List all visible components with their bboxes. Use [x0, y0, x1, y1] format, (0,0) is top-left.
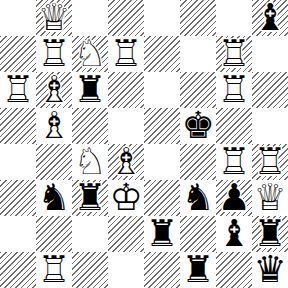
square-g8[interactable] — [216, 0, 252, 36]
piece-white-queen[interactable]: ♕ — [252, 180, 288, 216]
square-g7[interactable]: ♜♖ — [216, 36, 252, 72]
square-b5[interactable]: ♝♗ — [36, 108, 72, 144]
white-rook-halo: ♜ — [252, 144, 288, 180]
square-c3[interactable]: ♜♜ — [72, 180, 108, 216]
square-e6[interactable] — [144, 72, 180, 108]
square-d8[interactable] — [108, 0, 144, 36]
piece-black-knight[interactable]: ♞ — [180, 180, 216, 216]
square-e1[interactable] — [144, 252, 180, 288]
white-knight-halo: ♞ — [72, 36, 108, 72]
black-knight-halo: ♞ — [180, 180, 216, 216]
square-b3[interactable]: ♞♞ — [36, 180, 72, 216]
square-e8[interactable] — [144, 0, 180, 36]
square-c7[interactable]: ♞♘ — [72, 36, 108, 72]
square-h1[interactable]: ♛♛ — [252, 252, 288, 288]
white-rook-halo: ♜ — [108, 36, 144, 72]
square-g6[interactable]: ♜♖ — [216, 72, 252, 108]
square-c4[interactable]: ♞♘ — [72, 144, 108, 180]
piece-black-rook[interactable]: ♜ — [144, 216, 180, 252]
piece-white-knight[interactable]: ♘ — [72, 36, 108, 72]
black-rook-halo: ♜ — [72, 72, 108, 108]
square-a6[interactable]: ♜♖ — [0, 72, 36, 108]
square-e7[interactable] — [144, 36, 180, 72]
piece-black-bishop[interactable]: ♝ — [252, 0, 288, 36]
square-e2[interactable]: ♜♜ — [144, 216, 180, 252]
piece-black-rook[interactable]: ♜ — [72, 180, 108, 216]
square-c8[interactable] — [72, 0, 108, 36]
square-c2[interactable] — [72, 216, 108, 252]
square-g2[interactable]: ♝♝ — [216, 216, 252, 252]
white-rook-halo: ♜ — [216, 72, 252, 108]
square-a4[interactable] — [0, 144, 36, 180]
white-rook-halo: ♜ — [216, 36, 252, 72]
black-king-halo: ♚ — [180, 108, 216, 144]
square-e4[interactable] — [144, 144, 180, 180]
white-rook-halo: ♜ — [0, 72, 36, 108]
white-king-halo: ♚ — [108, 180, 144, 216]
piece-black-bishop[interactable]: ♝ — [216, 216, 252, 252]
white-bishop-halo: ♝ — [108, 144, 144, 180]
square-g1[interactable] — [216, 252, 252, 288]
square-a3[interactable] — [0, 180, 36, 216]
black-rook-halo: ♜ — [180, 252, 216, 288]
black-rook-halo: ♜ — [72, 180, 108, 216]
square-e5[interactable] — [144, 108, 180, 144]
piece-white-rook[interactable]: ♖ — [36, 252, 72, 288]
square-d1[interactable] — [108, 252, 144, 288]
square-d5[interactable] — [108, 108, 144, 144]
piece-white-king[interactable]: ♔ — [108, 180, 144, 216]
square-a5[interactable] — [0, 108, 36, 144]
black-queen-halo: ♛ — [252, 252, 288, 288]
square-a2[interactable] — [0, 216, 36, 252]
square-d3[interactable]: ♚♔ — [108, 180, 144, 216]
square-f7[interactable] — [180, 36, 216, 72]
square-h3[interactable]: ♛♕ — [252, 180, 288, 216]
piece-black-rook[interactable]: ♜ — [72, 72, 108, 108]
square-g4[interactable]: ♜♖ — [216, 144, 252, 180]
square-c6[interactable]: ♜♜ — [72, 72, 108, 108]
square-d6[interactable] — [108, 72, 144, 108]
square-d4[interactable]: ♝♗ — [108, 144, 144, 180]
piece-white-rook[interactable]: ♖ — [252, 144, 288, 180]
square-e3[interactable] — [144, 180, 180, 216]
square-b1[interactable]: ♜♖ — [36, 252, 72, 288]
square-f5[interactable]: ♚♚ — [180, 108, 216, 144]
chess-diagram: ♛♕♝♝♜♖♞♘♜♖♜♖♜♖♝♗♜♜♜♖♝♗♚♚♞♘♝♗♜♖♜♖♞♞♜♜♚♔♞♞… — [0, 0, 288, 288]
white-rook-halo: ♜ — [36, 36, 72, 72]
piece-white-rook[interactable]: ♖ — [0, 72, 36, 108]
piece-white-rook[interactable]: ♖ — [36, 36, 72, 72]
piece-white-rook[interactable]: ♖ — [216, 36, 252, 72]
square-c5[interactable] — [72, 108, 108, 144]
square-h4[interactable]: ♜♖ — [252, 144, 288, 180]
piece-black-rook[interactable]: ♜ — [252, 216, 288, 252]
piece-black-knight[interactable]: ♞ — [36, 180, 72, 216]
square-a7[interactable] — [0, 36, 36, 72]
square-h2[interactable]: ♜♜ — [252, 216, 288, 252]
piece-white-rook[interactable]: ♖ — [108, 36, 144, 72]
square-d2[interactable] — [108, 216, 144, 252]
square-g5[interactable] — [216, 108, 252, 144]
square-f6[interactable] — [180, 72, 216, 108]
piece-white-queen[interactable]: ♕ — [36, 0, 72, 36]
square-f4[interactable] — [180, 144, 216, 180]
square-a8[interactable] — [0, 0, 36, 36]
piece-black-king[interactable]: ♚ — [180, 108, 216, 144]
piece-white-bishop[interactable]: ♗ — [36, 108, 72, 144]
black-bishop-halo: ♝ — [216, 216, 252, 252]
square-f8[interactable] — [180, 0, 216, 36]
square-b6[interactable]: ♝♗ — [36, 72, 72, 108]
piece-black-queen[interactable]: ♛ — [252, 252, 288, 288]
white-bishop-halo: ♝ — [36, 108, 72, 144]
black-rook-halo: ♜ — [144, 216, 180, 252]
chess-board: ♛♕♝♝♜♖♞♘♜♖♜♖♜♖♝♗♜♜♜♖♝♗♚♚♞♘♝♗♜♖♜♖♞♞♜♜♚♔♞♞… — [0, 0, 288, 288]
square-h8[interactable]: ♝♝ — [252, 0, 288, 36]
square-b7[interactable]: ♜♖ — [36, 36, 72, 72]
piece-white-bishop[interactable]: ♗ — [36, 72, 72, 108]
square-h5[interactable] — [252, 108, 288, 144]
black-knight-halo: ♞ — [36, 180, 72, 216]
square-h7[interactable] — [252, 36, 288, 72]
square-c1[interactable] — [72, 252, 108, 288]
square-h6[interactable] — [252, 72, 288, 108]
piece-white-bishop[interactable]: ♗ — [108, 144, 144, 180]
square-a1[interactable] — [0, 252, 36, 288]
square-f3[interactable]: ♞♞ — [180, 180, 216, 216]
piece-white-knight[interactable]: ♘ — [72, 144, 108, 180]
square-g3[interactable]: ♟♟ — [216, 180, 252, 216]
piece-black-rook[interactable]: ♜ — [180, 252, 216, 288]
white-queen-halo: ♛ — [252, 180, 288, 216]
piece-black-pawn[interactable]: ♟ — [216, 180, 252, 216]
black-bishop-halo: ♝ — [252, 0, 288, 36]
square-f2[interactable] — [180, 216, 216, 252]
piece-white-rook[interactable]: ♖ — [216, 72, 252, 108]
square-f1[interactable]: ♜♜ — [180, 252, 216, 288]
piece-white-rook[interactable]: ♖ — [216, 144, 252, 180]
black-rook-halo: ♜ — [252, 216, 288, 252]
square-b2[interactable] — [36, 216, 72, 252]
square-b4[interactable] — [36, 144, 72, 180]
white-knight-halo: ♞ — [72, 144, 108, 180]
square-d7[interactable]: ♜♖ — [108, 36, 144, 72]
white-bishop-halo: ♝ — [36, 72, 72, 108]
square-b8[interactable]: ♛♕ — [36, 0, 72, 36]
black-pawn-halo: ♟ — [216, 180, 252, 216]
white-rook-halo: ♜ — [36, 252, 72, 288]
white-queen-halo: ♛ — [36, 0, 72, 36]
white-rook-halo: ♜ — [216, 144, 252, 180]
